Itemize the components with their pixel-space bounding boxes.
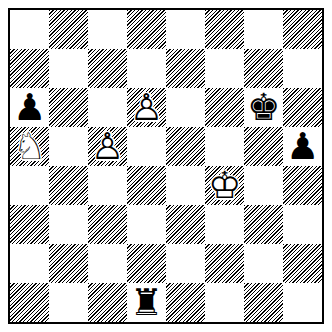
square-h4[interactable] xyxy=(283,166,322,205)
square-h5[interactable]: ♟ xyxy=(283,127,322,166)
square-f5[interactable] xyxy=(205,127,244,166)
square-h2[interactable] xyxy=(283,244,322,283)
square-b5[interactable] xyxy=(49,127,88,166)
square-e5[interactable] xyxy=(166,127,205,166)
square-e3[interactable] xyxy=(166,205,205,244)
square-a3[interactable] xyxy=(10,205,49,244)
square-d1[interactable]: ♜ xyxy=(127,283,166,322)
square-d3[interactable] xyxy=(127,205,166,244)
square-e2[interactable] xyxy=(166,244,205,283)
chess-board-frame: ♟♟♙♚♞♘♟♙♟♚♔♜ xyxy=(8,8,324,324)
square-c5[interactable]: ♟♙ xyxy=(88,127,127,166)
chess-diagram-page: ♟♟♙♚♞♘♟♙♟♚♔♜ xyxy=(0,0,332,332)
square-c8[interactable] xyxy=(88,10,127,49)
black-pawn-piece[interactable]: ♟ xyxy=(10,88,49,127)
square-b6[interactable] xyxy=(49,88,88,127)
square-c2[interactable] xyxy=(88,244,127,283)
square-d4[interactable] xyxy=(127,166,166,205)
square-e7[interactable] xyxy=(166,49,205,88)
square-b4[interactable] xyxy=(49,166,88,205)
square-h3[interactable] xyxy=(283,205,322,244)
square-g3[interactable] xyxy=(244,205,283,244)
square-g1[interactable] xyxy=(244,283,283,322)
square-a7[interactable] xyxy=(10,49,49,88)
black-pawn-piece[interactable]: ♟ xyxy=(283,127,322,166)
square-f3[interactable] xyxy=(205,205,244,244)
white-king-piece[interactable]: ♔ xyxy=(205,166,244,205)
square-b1[interactable] xyxy=(49,283,88,322)
square-a1[interactable] xyxy=(10,283,49,322)
square-c6[interactable] xyxy=(88,88,127,127)
square-g2[interactable] xyxy=(244,244,283,283)
square-b2[interactable] xyxy=(49,244,88,283)
square-e4[interactable] xyxy=(166,166,205,205)
square-a2[interactable] xyxy=(10,244,49,283)
square-f4[interactable]: ♚♔ xyxy=(205,166,244,205)
square-f7[interactable] xyxy=(205,49,244,88)
square-c4[interactable] xyxy=(88,166,127,205)
white-pawn-piece[interactable]: ♙ xyxy=(88,127,127,166)
square-h8[interactable] xyxy=(283,10,322,49)
square-g7[interactable] xyxy=(244,49,283,88)
square-c1[interactable] xyxy=(88,283,127,322)
square-f1[interactable] xyxy=(205,283,244,322)
square-a4[interactable] xyxy=(10,166,49,205)
square-h6[interactable] xyxy=(283,88,322,127)
square-f6[interactable] xyxy=(205,88,244,127)
black-king-piece[interactable]: ♚ xyxy=(244,88,283,127)
square-f2[interactable] xyxy=(205,244,244,283)
square-h1[interactable] xyxy=(283,283,322,322)
square-g4[interactable] xyxy=(244,166,283,205)
square-b3[interactable] xyxy=(49,205,88,244)
square-g5[interactable] xyxy=(244,127,283,166)
square-a6[interactable]: ♟ xyxy=(10,88,49,127)
square-d2[interactable] xyxy=(127,244,166,283)
chess-board: ♟♟♙♚♞♘♟♙♟♚♔♜ xyxy=(10,10,322,322)
white-pawn-piece[interactable]: ♙ xyxy=(127,88,166,127)
square-b7[interactable] xyxy=(49,49,88,88)
square-d5[interactable] xyxy=(127,127,166,166)
square-a8[interactable] xyxy=(10,10,49,49)
square-d7[interactable] xyxy=(127,49,166,88)
square-g6[interactable]: ♚ xyxy=(244,88,283,127)
square-e6[interactable] xyxy=(166,88,205,127)
square-d6[interactable]: ♟♙ xyxy=(127,88,166,127)
square-e1[interactable] xyxy=(166,283,205,322)
square-e8[interactable] xyxy=(166,10,205,49)
square-a5[interactable]: ♞♘ xyxy=(10,127,49,166)
square-g8[interactable] xyxy=(244,10,283,49)
square-f8[interactable] xyxy=(205,10,244,49)
square-h7[interactable] xyxy=(283,49,322,88)
black-rook-piece[interactable]: ♜ xyxy=(127,283,166,322)
square-d8[interactable] xyxy=(127,10,166,49)
square-c3[interactable] xyxy=(88,205,127,244)
square-b8[interactable] xyxy=(49,10,88,49)
square-c7[interactable] xyxy=(88,49,127,88)
white-knight-piece[interactable]: ♘ xyxy=(10,127,49,166)
